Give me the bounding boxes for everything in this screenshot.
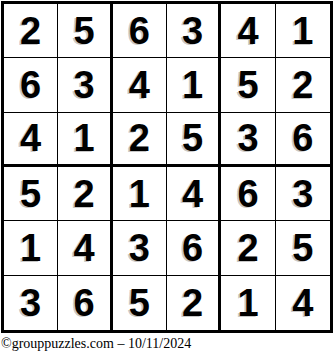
cell-r5c3: 3 [113,221,167,275]
cell-r5c4: 6 [167,221,221,275]
cell-r4c3: 1 [113,167,167,221]
cell-r6c1: 3 [4,276,58,330]
cell-r6c5: 1 [221,276,275,330]
cell-r3c4: 5 [167,113,221,167]
cell-r6c3: 5 [113,276,167,330]
cell-r5c2: 4 [58,221,112,275]
cell-r4c2: 2 [58,167,112,221]
cell-r2c3: 4 [113,58,167,112]
cell-r6c6: 4 [276,276,330,330]
cell-r1c4: 3 [167,4,221,58]
cell-r5c1: 1 [4,221,58,275]
cell-r1c5: 4 [221,4,275,58]
cell-r6c4: 2 [167,276,221,330]
cell-r5c6: 5 [276,221,330,275]
cell-r4c6: 3 [276,167,330,221]
cell-r3c5: 3 [221,113,275,167]
cell-r3c6: 6 [276,113,330,167]
cell-r4c5: 6 [221,167,275,221]
cell-r4c1: 5 [4,167,58,221]
cell-r1c3: 6 [113,4,167,58]
sudoku-board: 256341634152412536521463143625365214 [1,1,333,333]
cell-r2c6: 2 [276,58,330,112]
cell-r1c1: 2 [4,4,58,58]
cell-r6c2: 6 [58,276,112,330]
cell-r2c1: 6 [4,58,58,112]
cell-r1c6: 1 [276,4,330,58]
cell-r5c5: 2 [221,221,275,275]
cell-r1c2: 5 [58,4,112,58]
cell-r3c3: 2 [113,113,167,167]
cell-r2c4: 1 [167,58,221,112]
sudoku-answer-page: 256341634152412536521463143625365214 ©gr… [0,0,335,357]
cell-r3c2: 1 [58,113,112,167]
copyright-credit: ©grouppuzzles.com – 10/11/2024 [1,336,191,352]
cell-r2c5: 5 [221,58,275,112]
cell-r2c2: 3 [58,58,112,112]
cell-r4c4: 4 [167,167,221,221]
cell-r3c1: 4 [4,113,58,167]
